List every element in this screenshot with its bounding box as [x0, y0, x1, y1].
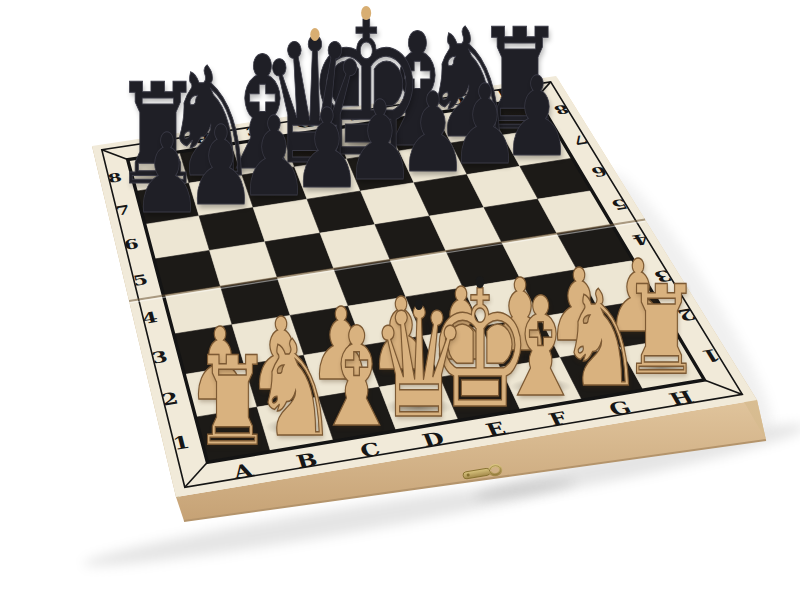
piece-black-pawn-a7[interactable]: ♟ [128, 120, 207, 230]
finial-tip [414, 299, 422, 310]
pieces-layer: ♜♞♝♚♟♛♟♝♟♞♟♜♟♟♟♟♟♟♟♟♟♜♟♞♟♝♟♚♛♝♞♜ [0, 0, 800, 600]
piece-white-rook-a1[interactable]: ♜ [188, 341, 276, 464]
finial-tip [475, 276, 484, 288]
chess-set-photo: 88AA77BB66CC55DD44EE33FF22GG11HH ♜♞♝♚♟♛♟… [0, 0, 800, 600]
